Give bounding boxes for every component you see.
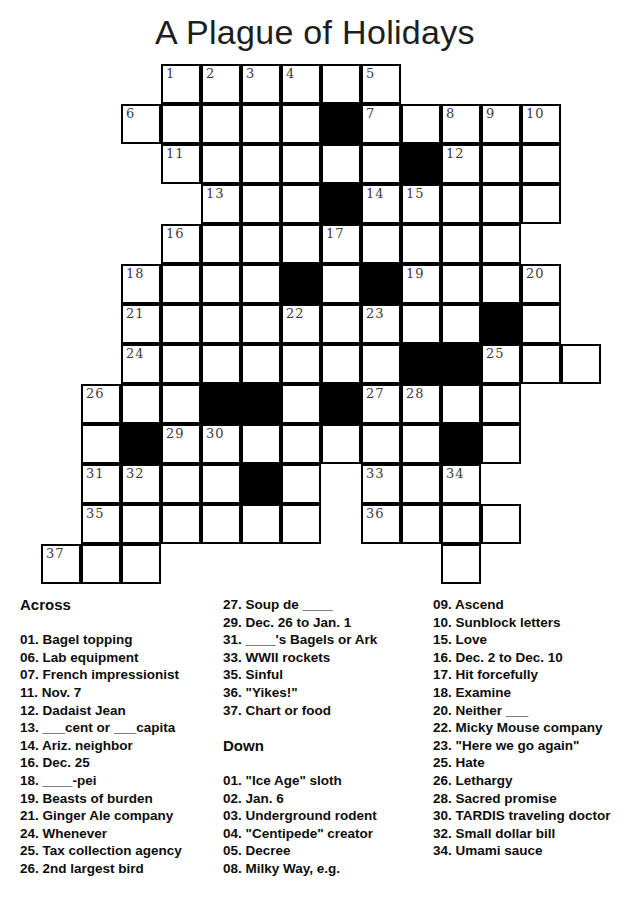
grid-cell-r9c3[interactable]: 29 [161, 424, 201, 464]
grid-cell-r4c6[interactable] [281, 224, 321, 264]
clue-down-28: 28. Sacred promise [433, 790, 611, 808]
grid-cell-r1c12[interactable]: 10 [521, 104, 561, 144]
down-header: Down [223, 737, 377, 755]
clue-down-22: 22. Micky Mouse company [433, 719, 611, 737]
clue-down-30: 30. TARDIS traveling doctor [433, 807, 611, 825]
grid-cell-r11c1[interactable]: 35 [81, 504, 121, 544]
grid-cell-r7c7[interactable] [321, 344, 361, 384]
block-cell-r7c9 [401, 344, 441, 384]
grid-cell-r1c5[interactable] [241, 104, 281, 144]
cell-number-21: 21 [126, 307, 145, 321]
block-cell-r2c9 [401, 144, 441, 184]
clue-down-05: 05. Decree [223, 842, 377, 860]
grid-cell-r6c4[interactable] [201, 304, 241, 344]
cell-number-23: 23 [366, 307, 385, 321]
block-cell-r8c7 [321, 384, 361, 424]
grid-cell-r3c6[interactable] [281, 184, 321, 224]
block-cell-r3c7 [321, 184, 361, 224]
clue-down-32: 32. Small dollar bill [433, 825, 611, 843]
clue-across-35: 35. Sinful [223, 666, 377, 684]
clue-across-01: 01. Bagel topping [20, 631, 182, 649]
cell-number-5: 5 [366, 67, 375, 81]
block-cell-r9c2 [121, 424, 161, 464]
grid-cell-r5c11[interactable] [481, 264, 521, 304]
grid-cell-r11c5[interactable] [241, 504, 281, 544]
clue-across-12: 12. Dadaist Jean [20, 702, 182, 720]
clue-down-09: 09. Ascend [433, 596, 611, 614]
grid-cell-r10c8[interactable]: 33 [361, 464, 401, 504]
cell-number-19: 19 [406, 267, 425, 281]
block-cell-r6c11 [481, 304, 521, 344]
cell-number-15: 15 [406, 187, 425, 201]
clue-across-11: 11. Nov. 7 [20, 684, 182, 702]
grid-cell-r0c7[interactable] [321, 64, 361, 104]
block-cell-r7c10 [441, 344, 481, 384]
grid-cell-r2c7[interactable] [321, 144, 361, 184]
grid-cell-r3c5[interactable] [241, 184, 281, 224]
clue-across-16: 16. Dec. 25 [20, 754, 182, 772]
clue-across-33: 33. WWII rockets [223, 649, 377, 667]
clue-down-34: 34. Umami sauce [433, 842, 611, 860]
grid-cell-r8c9[interactable]: 28 [401, 384, 441, 424]
cell-number-11: 11 [166, 147, 185, 161]
clue-down-20: 20. Neither ___ [433, 702, 611, 720]
cell-number-29: 29 [166, 427, 185, 441]
clue-across-37: 37. Chart or food [223, 702, 377, 720]
clue-down-16: 16. Dec. 2 to Dec. 10 [433, 649, 611, 667]
grid-cell-r2c5[interactable] [241, 144, 281, 184]
grid-cell-r6c12[interactable] [521, 304, 561, 344]
cell-number-36: 36 [366, 507, 385, 521]
cell-number-10: 10 [526, 107, 545, 121]
cell-number-28: 28 [406, 387, 425, 401]
grid-cell-r4c11[interactable] [481, 224, 521, 264]
across-header: Across [20, 596, 182, 614]
grid-cell-r10c1[interactable]: 31 [81, 464, 121, 504]
block-cell-r10c5 [241, 464, 281, 504]
clue-down-23: 23. "Here we go again" [433, 737, 611, 755]
clue-across-31: 31. ____'s Bagels or Ark [223, 631, 377, 649]
cell-number-8: 8 [446, 107, 455, 121]
cell-number-16: 16 [166, 227, 185, 241]
clue-across-19: 19. Beasts of burden [20, 790, 182, 808]
grid-cell-r11c6[interactable] [281, 504, 321, 544]
grid-cell-r9c9[interactable] [401, 424, 441, 464]
clue-down-03: 03. Underground rodent [223, 807, 377, 825]
grid-cell-r3c8[interactable]: 14 [361, 184, 401, 224]
block-cell-r5c8 [361, 264, 401, 304]
clue-across-24: 24. Whenever [20, 825, 182, 843]
grid-cell-r11c11[interactable] [481, 504, 521, 544]
grid-cell-r7c12[interactable] [521, 344, 561, 384]
grid-cell-r7c6[interactable] [281, 344, 321, 384]
grid-cell-r4c3[interactable]: 16 [161, 224, 201, 264]
clue-column-left: Across01. Bagel topping06. Lab equipment… [20, 596, 182, 878]
clue-down-26: 26. Lethargy [433, 772, 611, 790]
grid-cell-r4c9[interactable] [401, 224, 441, 264]
grid-cell-r2c8[interactable] [361, 144, 401, 184]
grid-cell-r9c1[interactable] [81, 424, 121, 464]
grid-cell-r8c11[interactable] [481, 384, 521, 424]
cell-number-13: 13 [206, 187, 225, 201]
grid-cell-r8c3[interactable] [161, 384, 201, 424]
grid-cell-r6c3[interactable] [161, 304, 201, 344]
cell-number-7: 7 [366, 107, 375, 121]
grid-cell-r5c3[interactable] [161, 264, 201, 304]
grid-cell-r2c6[interactable] [281, 144, 321, 184]
grid-cell-r8c1[interactable]: 26 [81, 384, 121, 424]
grid-cell-r8c2[interactable] [121, 384, 161, 424]
clue-column-middle: 27. Soup de ____29. Dec. 26 to Jan. 131.… [223, 596, 377, 878]
crossword-page: A Plague of Holidays 1234567891011121314… [0, 0, 630, 900]
cell-number-35: 35 [86, 507, 105, 521]
grid-cell-r6c5[interactable] [241, 304, 281, 344]
grid-cell-r5c10[interactable] [441, 264, 481, 304]
clue-across-26: 26. 2nd largest bird [20, 860, 182, 878]
grid-cell-r1c2[interactable]: 6 [121, 104, 161, 144]
grid-cell-r12c2[interactable] [121, 544, 161, 584]
clue-across-14: 14. Ariz. neighbor [20, 737, 182, 755]
cell-number-1: 1 [166, 67, 175, 81]
clue-down-08: 08. Milky Way, e.g. [223, 860, 377, 878]
grid-cell-r7c13[interactable] [561, 344, 601, 384]
grid-cell-r7c4[interactable] [201, 344, 241, 384]
crossword-grid: 1234567891011121314151617181920212223242… [41, 64, 601, 584]
grid-cell-r1c8[interactable]: 7 [361, 104, 401, 144]
cell-number-18: 18 [126, 267, 145, 281]
grid-cell-r1c10[interactable]: 8 [441, 104, 481, 144]
cell-number-17: 17 [326, 227, 345, 241]
block-cell-r1c7 [321, 104, 361, 144]
spacer [223, 719, 377, 737]
cell-number-26: 26 [86, 387, 105, 401]
cell-number-4: 4 [286, 67, 295, 81]
grid-cell-r3c12[interactable] [521, 184, 561, 224]
clue-down-10: 10. Sunblock letters [433, 614, 611, 632]
grid-cell-r11c3[interactable] [161, 504, 201, 544]
clue-across-27: 27. Soup de ____ [223, 596, 377, 614]
clue-down-15: 15. Love [433, 631, 611, 649]
grid-cell-r11c10[interactable] [441, 504, 481, 544]
cell-number-33: 33 [366, 467, 385, 481]
grid-cell-r0c8[interactable]: 5 [361, 64, 401, 104]
clue-across-25: 25. Tax collection agency [20, 842, 182, 860]
clue-down-18: 18. Examine [433, 684, 611, 702]
cell-number-9: 9 [486, 107, 495, 121]
grid-cell-r10c2[interactable]: 32 [121, 464, 161, 504]
clue-across-18: 18. ____-pei [20, 772, 182, 790]
grid-cell-r11c2[interactable] [121, 504, 161, 544]
grid-cell-r3c11[interactable] [481, 184, 521, 224]
grid-cell-r6c10[interactable] [441, 304, 481, 344]
block-cell-r8c5 [241, 384, 281, 424]
cell-number-2: 2 [206, 67, 215, 81]
grid-cell-r10c9[interactable] [401, 464, 441, 504]
grid-cell-r8c8[interactable]: 27 [361, 384, 401, 424]
clue-across-21: 21. Ginger Ale company [20, 807, 182, 825]
cell-number-31: 31 [86, 467, 105, 481]
grid-cell-r5c12[interactable]: 20 [521, 264, 561, 304]
grid-cell-r2c11[interactable] [481, 144, 521, 184]
grid-cell-r3c9[interactable]: 15 [401, 184, 441, 224]
cell-number-6: 6 [126, 107, 135, 121]
grid-cell-r11c9[interactable] [401, 504, 441, 544]
grid-cell-r5c9[interactable]: 19 [401, 264, 441, 304]
grid-cell-r7c5[interactable] [241, 344, 281, 384]
clue-across-07: 07. French impressionist [20, 666, 182, 684]
grid-cell-r7c3[interactable] [161, 344, 201, 384]
cell-number-24: 24 [126, 347, 145, 361]
grid-cell-r4c8[interactable] [361, 224, 401, 264]
grid-cell-r11c8[interactable]: 36 [361, 504, 401, 544]
grid-cell-r9c11[interactable] [481, 424, 521, 464]
cell-number-12: 12 [446, 147, 465, 161]
page-title: A Plague of Holidays [0, 13, 630, 52]
grid-cell-r6c2[interactable]: 21 [121, 304, 161, 344]
grid-cell-r10c4[interactable] [201, 464, 241, 504]
grid-cell-r5c7[interactable] [321, 264, 361, 304]
grid-cell-r9c7[interactable] [321, 424, 361, 464]
grid-cell-r9c6[interactable] [281, 424, 321, 464]
grid-cell-r12c10[interactable] [441, 544, 481, 584]
grid-cell-r11c4[interactable] [201, 504, 241, 544]
grid-cell-r0c4[interactable]: 2 [201, 64, 241, 104]
clue-down-01: 01. "Ice Age" sloth [223, 772, 377, 790]
grid-cell-r8c6[interactable] [281, 384, 321, 424]
grid-cell-r4c10[interactable] [441, 224, 481, 264]
cell-number-32: 32 [126, 467, 145, 481]
grid-cell-r3c10[interactable] [441, 184, 481, 224]
grid-cell-r5c5[interactable] [241, 264, 281, 304]
grid-cell-r7c8[interactable] [361, 344, 401, 384]
spacer [223, 754, 377, 772]
grid-cell-r0c6[interactable]: 4 [281, 64, 321, 104]
grid-cell-r12c0[interactable]: 37 [41, 544, 81, 584]
grid-cell-r4c5[interactable] [241, 224, 281, 264]
grid-cell-r4c4[interactable] [201, 224, 241, 264]
grid-cell-r2c4[interactable] [201, 144, 241, 184]
clue-across-36: 36. "Yikes!" [223, 684, 377, 702]
grid-cell-r7c11[interactable]: 25 [481, 344, 521, 384]
grid-cell-r9c5[interactable] [241, 424, 281, 464]
grid-cell-r5c2[interactable]: 18 [121, 264, 161, 304]
grid-cell-r5c4[interactable] [201, 264, 241, 304]
grid-cell-r6c6[interactable]: 22 [281, 304, 321, 344]
grid-cell-r2c12[interactable] [521, 144, 561, 184]
grid-cell-r10c3[interactable] [161, 464, 201, 504]
grid-cell-r12c1[interactable] [81, 544, 121, 584]
block-cell-r8c4 [201, 384, 241, 424]
cell-number-3: 3 [246, 67, 255, 81]
clue-across-13: 13. ___cent or ___capita [20, 719, 182, 737]
grid-cell-r7c2[interactable]: 24 [121, 344, 161, 384]
cell-number-27: 27 [366, 387, 385, 401]
grid-cell-r1c11[interactable]: 9 [481, 104, 521, 144]
grid-cell-r6c7[interactable] [321, 304, 361, 344]
cell-number-37: 37 [46, 547, 65, 561]
grid-cell-r6c8[interactable]: 23 [361, 304, 401, 344]
block-cell-r5c6 [281, 264, 321, 304]
grid-cell-r10c6[interactable] [281, 464, 321, 504]
block-cell-r9c10 [441, 424, 481, 464]
grid-cell-r1c9[interactable] [401, 104, 441, 144]
clue-across-29: 29. Dec. 26 to Jan. 1 [223, 614, 377, 632]
grid-cell-r10c10[interactable]: 34 [441, 464, 481, 504]
grid-cell-r2c10[interactable]: 12 [441, 144, 481, 184]
spacer [20, 614, 182, 632]
grid-cell-r9c8[interactable] [361, 424, 401, 464]
cell-number-22: 22 [286, 307, 305, 321]
clue-down-04: 04. "Centipede" creator [223, 825, 377, 843]
grid-cell-r3c4[interactable]: 13 [201, 184, 241, 224]
clue-across-06: 06. Lab equipment [20, 649, 182, 667]
grid-cell-r1c3[interactable] [161, 104, 201, 144]
grid-cell-r1c4[interactable] [201, 104, 241, 144]
cell-number-34: 34 [446, 467, 465, 481]
clue-down-25: 25. Hate [433, 754, 611, 772]
grid-cell-r8c10[interactable] [441, 384, 481, 424]
grid-cell-r6c9[interactable] [401, 304, 441, 344]
grid-cell-r0c3[interactable]: 1 [161, 64, 201, 104]
grid-cell-r0c5[interactable]: 3 [241, 64, 281, 104]
cell-number-14: 14 [366, 187, 385, 201]
grid-cell-r1c6[interactable] [281, 104, 321, 144]
grid-cell-r2c3[interactable]: 11 [161, 144, 201, 184]
grid-cell-r9c4[interactable]: 30 [201, 424, 241, 464]
cell-number-30: 30 [206, 427, 225, 441]
clue-column-right: 09. Ascend10. Sunblock letters15. Love16… [433, 596, 611, 860]
clue-down-17: 17. Hit forcefully [433, 666, 611, 684]
cell-number-20: 20 [526, 267, 545, 281]
clue-down-02: 02. Jan. 6 [223, 790, 377, 808]
cell-number-25: 25 [486, 347, 505, 361]
grid-cell-r4c7[interactable]: 17 [321, 224, 361, 264]
